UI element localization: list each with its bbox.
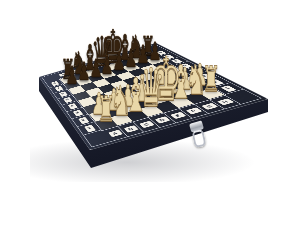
label-file-a-near: A — [108, 130, 123, 138]
label-file-h-near: H — [216, 98, 233, 105]
label-rank-4-right: 4 — [188, 68, 201, 73]
label-rank-5-right: 5 — [179, 63, 192, 68]
label-rank-3-right: 3 — [198, 73, 212, 79]
label-rank-7-right: 7 — [163, 55, 174, 60]
label-rank-6-left: 6 — [58, 91, 67, 97]
label-file-e-near: E — [170, 112, 186, 119]
label-file-d-near: D — [154, 116, 170, 123]
label-rank-7-left: 7 — [54, 86, 63, 91]
clasp-hook — [191, 129, 206, 148]
label-rank-2-left: 2 — [78, 117, 89, 124]
label-rank-3-left: 3 — [72, 110, 83, 117]
metal-clasp-icon — [188, 121, 206, 149]
label-file-b-near: B — [123, 125, 138, 132]
chess-set-photo: AABBCCDDEEFFGGHH8877665544332211 ♜♞♝♛♚♝♞… — [0, 0, 300, 228]
label-rank-1-left: 1 — [84, 125, 96, 133]
label-rank-4-left: 4 — [67, 103, 77, 109]
label-file-c-near: C — [139, 121, 154, 128]
label-rank-1-right: 1 — [220, 85, 236, 92]
label-rank-5-left: 5 — [63, 97, 73, 103]
label-rank-6-right: 6 — [171, 59, 183, 64]
label-rank-8-left: 8 — [51, 81, 59, 86]
label-rank-2-right: 2 — [208, 79, 223, 85]
label-file-g-near: G — [201, 103, 218, 110]
label-file-f-near: F — [185, 107, 202, 114]
label-rank-8-right: 8 — [155, 51, 166, 55]
